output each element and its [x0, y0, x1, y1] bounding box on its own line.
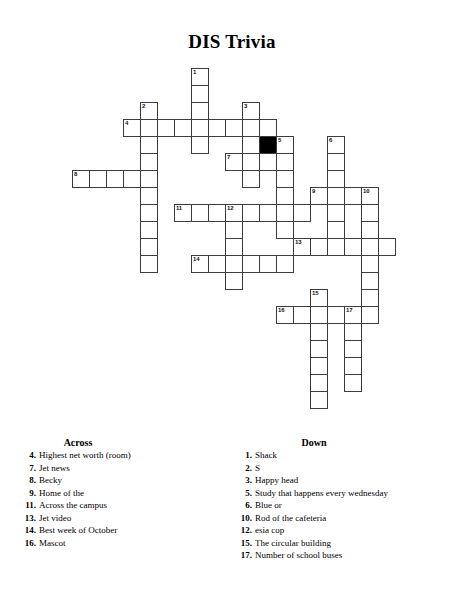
grid-cell[interactable] — [140, 136, 158, 154]
grid-cell[interactable]: 4 — [123, 119, 141, 137]
cell-number: 14 — [193, 256, 199, 263]
grid-cell[interactable] — [361, 306, 379, 324]
grid-cell[interactable] — [242, 136, 260, 154]
grid-cell[interactable] — [327, 306, 345, 324]
grid-cell[interactable] — [208, 119, 226, 137]
grid-cell[interactable] — [276, 153, 294, 171]
grid-cell[interactable] — [327, 238, 345, 256]
grid-cell[interactable] — [140, 170, 158, 188]
grid-cell[interactable] — [361, 289, 379, 307]
grid-cell[interactable]: 7 — [225, 153, 243, 171]
clue-text: Shack — [255, 450, 277, 460]
grid-cell[interactable] — [106, 170, 124, 188]
cell-number: 15 — [312, 290, 318, 297]
grid-cell[interactable] — [140, 187, 158, 205]
grid-cell[interactable] — [140, 238, 158, 256]
clue-text: Rod of the cafeteria — [255, 513, 326, 523]
clue-text: Number of school buses — [255, 550, 342, 560]
grid-cell[interactable] — [361, 221, 379, 239]
clue-number: 4. — [10, 449, 36, 462]
grid-cell[interactable] — [378, 238, 396, 256]
clue-text: The circular building — [255, 538, 331, 548]
grid-cell[interactable] — [276, 170, 294, 188]
grid-cell[interactable] — [293, 306, 311, 324]
clue-text: S — [255, 463, 260, 473]
grid-cell[interactable] — [327, 204, 345, 222]
grid-cell[interactable] — [361, 204, 379, 222]
across-clue: 9.Home of the — [10, 487, 222, 500]
clue-text: Across the campus — [39, 500, 107, 510]
down-clue: 12.esia cop — [226, 524, 458, 537]
grid-cell[interactable] — [140, 255, 158, 273]
grid-cell[interactable]: 1 — [191, 68, 209, 86]
cell-number: 7 — [227, 154, 230, 161]
grid-cell[interactable] — [310, 374, 328, 392]
cell-number: 11 — [176, 205, 182, 212]
grid-cell[interactable] — [140, 221, 158, 239]
clue-number: 9. — [10, 487, 36, 500]
cell-number: 2 — [142, 103, 145, 110]
across-clue: 14.Best week of October — [10, 524, 222, 537]
clue-text: Happy head — [255, 475, 298, 485]
grid-cell[interactable] — [225, 119, 243, 137]
grid-cell[interactable] — [310, 306, 328, 324]
grid-cell[interactable] — [191, 102, 209, 120]
clue-text: Home of the — [39, 488, 84, 498]
cell-number: 5 — [278, 137, 281, 144]
cell-number: 9 — [312, 188, 315, 195]
grid-cell[interactable] — [276, 221, 294, 239]
clue-number: 12. — [226, 524, 252, 537]
across-clue: 11.Across the campus — [10, 499, 222, 512]
clue-number: 3. — [226, 474, 252, 487]
grid-cell[interactable] — [259, 255, 277, 273]
grid-cell[interactable]: 6 — [327, 136, 345, 154]
grid-cell[interactable]: 15 — [310, 289, 328, 307]
grid-cell[interactable] — [225, 221, 243, 239]
page: DIS Trivia 1234567891011121314151617 Acr… — [0, 0, 464, 600]
grid-cell[interactable] — [344, 357, 362, 375]
down-clue: 17.Number of school buses — [226, 549, 458, 562]
grid-cell[interactable] — [259, 119, 277, 137]
clue-number: 8. — [10, 474, 36, 487]
cell-number: 10 — [363, 188, 369, 195]
clue-text: Mascot — [39, 538, 66, 548]
cell-number: 17 — [346, 307, 352, 314]
grid-cell[interactable] — [310, 340, 328, 358]
grid-cell[interactable]: 12 — [225, 204, 243, 222]
grid-cell[interactable] — [344, 340, 362, 358]
down-clue: 5.Study that happens every wednesday — [226, 487, 458, 500]
across-clue-list: 4.Highest net worth (room)7.Jet news8.Be… — [10, 449, 222, 549]
grid-cell[interactable] — [225, 272, 243, 290]
clue-number: 1. — [226, 449, 252, 462]
down-clue: 3.Happy head — [226, 474, 458, 487]
grid-cell[interactable]: 3 — [242, 102, 260, 120]
clue-number: 17. — [226, 549, 252, 562]
cell-number: 13 — [295, 239, 301, 246]
grid-cell[interactable] — [293, 204, 311, 222]
grid-cell[interactable] — [327, 187, 345, 205]
cell-number: 8 — [74, 171, 77, 178]
black-cell — [259, 136, 277, 154]
grid-cell[interactable]: 13 — [293, 238, 311, 256]
clue-number: 13. — [10, 512, 36, 525]
across-clue: 16.Mascot — [10, 537, 222, 550]
grid-cell[interactable] — [191, 85, 209, 103]
clue-number: 7. — [10, 462, 36, 475]
grid-cell[interactable] — [276, 204, 294, 222]
grid-cell[interactable]: 16 — [276, 306, 294, 324]
grid-cell[interactable]: 9 — [310, 187, 328, 205]
grid-cell[interactable] — [361, 255, 379, 273]
grid-cell[interactable] — [344, 374, 362, 392]
grid-cell[interactable] — [140, 153, 158, 171]
across-clue: 13.Jet video — [10, 512, 222, 525]
grid-cell[interactable] — [174, 119, 192, 137]
clue-number: 14. — [10, 524, 36, 537]
grid-cell[interactable] — [140, 204, 158, 222]
down-clue: 10.Rod of the cafeteria — [226, 512, 458, 525]
grid-cell[interactable] — [242, 153, 260, 171]
grid-cell[interactable] — [310, 238, 328, 256]
clue-number: 6. — [226, 499, 252, 512]
grid-cell[interactable]: 8 — [72, 170, 90, 188]
clue-text: Blue or — [255, 500, 282, 510]
grid-cell[interactable] — [327, 170, 345, 188]
grid-cell[interactable] — [208, 255, 226, 273]
clue-text: Jet video — [39, 513, 71, 523]
grid-cell[interactable] — [242, 255, 260, 273]
grid-cell[interactable] — [327, 221, 345, 239]
grid-cell[interactable] — [310, 391, 328, 409]
grid-cell[interactable]: 5 — [276, 136, 294, 154]
grid-cell[interactable] — [259, 204, 277, 222]
grid-cell[interactable]: 10 — [361, 187, 379, 205]
clue-text: Study that happens every wednesday — [255, 488, 388, 498]
grid-cell[interactable] — [276, 255, 294, 273]
grid-cell[interactable] — [191, 136, 209, 154]
grid-cell[interactable] — [157, 119, 175, 137]
cell-number: 6 — [329, 137, 332, 144]
grid-cell[interactable] — [310, 323, 328, 341]
down-clue: 2.S — [226, 462, 458, 475]
grid-cell[interactable] — [208, 204, 226, 222]
grid-cell[interactable] — [225, 255, 243, 273]
clue-number: 11. — [10, 499, 36, 512]
grid-cell[interactable]: 11 — [174, 204, 192, 222]
grid-cell[interactable]: 17 — [344, 306, 362, 324]
grid-cell[interactable] — [361, 272, 379, 290]
cell-number: 16 — [278, 307, 284, 314]
down-clue: 1.Shack — [226, 449, 458, 462]
grid-cell[interactable] — [242, 204, 260, 222]
grid-cell[interactable] — [310, 357, 328, 375]
grid-cell[interactable] — [259, 153, 277, 171]
across-clue: 4.Highest net worth (room) — [10, 449, 222, 462]
across-header: Across — [10, 437, 146, 448]
clue-number: 10. — [226, 512, 252, 525]
grid-cell[interactable] — [344, 323, 362, 341]
grid-cell[interactable] — [140, 119, 158, 137]
cell-number: 4 — [125, 120, 128, 127]
grid-cell[interactable] — [89, 170, 107, 188]
puzzle-title: DIS Trivia — [0, 31, 464, 53]
clue-number: 2. — [226, 462, 252, 475]
down-clue: 15.The circular building — [226, 537, 458, 550]
down-clue-list: 1.Shack2.S3.Happy head5.Study that happe… — [226, 449, 458, 562]
grid-cell[interactable] — [276, 187, 294, 205]
grid-cell[interactable]: 2 — [140, 102, 158, 120]
clue-number: 5. — [226, 487, 252, 500]
across-clue: 8.Becky — [10, 474, 222, 487]
cell-number: 12 — [227, 205, 233, 212]
across-clue: 7.Jet news — [10, 462, 222, 475]
cell-number: 3 — [244, 103, 247, 110]
clue-text: Jet news — [39, 463, 70, 473]
clue-text: Highest net worth (room) — [39, 450, 131, 460]
clue-text: Best week of October — [39, 525, 117, 535]
grid-cell[interactable] — [344, 187, 362, 205]
clue-number: 15. — [226, 537, 252, 550]
clue-text: esia cop — [255, 525, 284, 535]
crossword-grid: 1234567891011121314151617 — [72, 68, 396, 409]
grid-cell[interactable] — [242, 119, 260, 137]
grid-cell[interactable] — [361, 238, 379, 256]
grid-cell[interactable] — [225, 238, 243, 256]
grid-cell[interactable]: 14 — [191, 255, 209, 273]
cell-number: 1 — [193, 69, 196, 76]
clue-number: 16. — [10, 537, 36, 550]
clue-text: Becky — [39, 475, 62, 485]
grid-cell[interactable] — [344, 238, 362, 256]
down-clue: 6.Blue or — [226, 499, 458, 512]
down-header: Down — [226, 437, 402, 448]
grid-cell[interactable] — [123, 170, 141, 188]
grid-cell[interactable] — [242, 170, 260, 188]
grid-cell[interactable] — [191, 119, 209, 137]
grid-cell[interactable] — [191, 204, 209, 222]
grid-cell[interactable] — [327, 153, 345, 171]
